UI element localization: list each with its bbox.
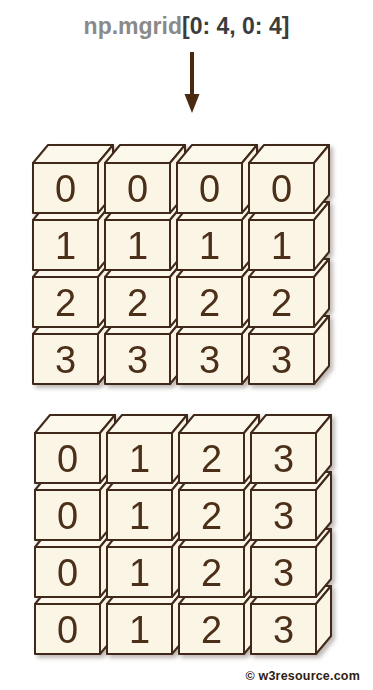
cube-value: 3 [273, 438, 294, 480]
cube-value: 3 [199, 339, 220, 381]
cube-value: 3 [273, 609, 294, 651]
cube-value: 2 [201, 609, 222, 651]
cube-value: 1 [199, 225, 220, 267]
grid-cell: 2 [178, 414, 260, 484]
cube-value: 1 [129, 552, 150, 594]
cube-value: 2 [127, 282, 148, 324]
cube-value: 3 [271, 339, 292, 381]
mgrid-first-array-grid: 0000111122223333 [32, 144, 330, 385]
grid-cell: 0 [176, 144, 258, 214]
cube-value: 0 [57, 552, 78, 594]
cube-value: 1 [127, 225, 148, 267]
grid-cell: 1 [106, 414, 188, 484]
cube-value: 2 [55, 282, 76, 324]
cube-value: 1 [129, 609, 150, 651]
cube-value: 0 [127, 168, 148, 210]
grid-cell: 0 [34, 414, 116, 484]
cube-value: 0 [271, 168, 292, 210]
grid-cell: 0 [248, 144, 330, 214]
arrow-stem [190, 52, 194, 96]
cube-value: 1 [271, 225, 292, 267]
cube-value: 1 [129, 438, 150, 480]
cube-value: 1 [129, 495, 150, 537]
cube-value: 3 [273, 495, 294, 537]
cube-value: 2 [201, 495, 222, 537]
cube-value: 3 [55, 339, 76, 381]
grid-cell: 3 [250, 414, 332, 484]
cube-value: 2 [201, 438, 222, 480]
mgrid-second-array-grid: 0123012301230123 [34, 414, 332, 655]
cube-value: 0 [199, 168, 220, 210]
cube-value: 0 [57, 609, 78, 651]
cube-value: 2 [271, 282, 292, 324]
down-arrow-icon [183, 52, 201, 114]
cube-value: 2 [201, 552, 222, 594]
title-slice-args: [0: 4, 0: 4] [182, 13, 289, 39]
cube-value: 3 [273, 552, 294, 594]
cube-value: 0 [55, 168, 76, 210]
cube-value: 0 [57, 495, 78, 537]
cube-value: 3 [127, 339, 148, 381]
cube-value: 0 [57, 438, 78, 480]
grid-cell: 0 [104, 144, 186, 214]
cube-value: 1 [55, 225, 76, 267]
title-function-name: np.mgrid [84, 13, 182, 39]
watermark: © w3resource.com [245, 669, 360, 683]
grid-cell: 0 [32, 144, 114, 214]
page-title: np.mgrid[0: 4, 0: 4] [0, 13, 373, 40]
cube-value: 2 [199, 282, 220, 324]
arrow-head [185, 94, 200, 113]
